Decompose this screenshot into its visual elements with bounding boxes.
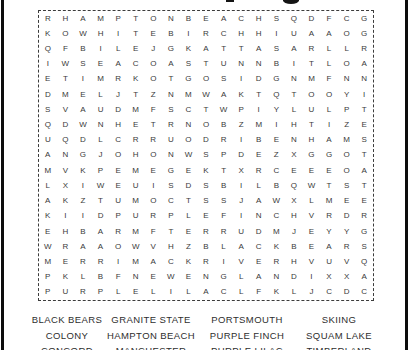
word-list-item: MANCHESTER: [105, 343, 197, 350]
word-list-item: SKIING: [293, 312, 385, 328]
word-list-item: PURPLE FINCH: [201, 328, 293, 344]
word-list-item: CONCORD: [21, 343, 113, 350]
word-list-item: COLONY: [21, 328, 113, 344]
word-list: BLACK BEARSCOLONYCONCORD GRANITE STATEHA…: [0, 0, 412, 350]
word-list-item: SQUAM LAKE: [293, 328, 385, 344]
word-list-col-4: SKIINGSQUAM LAKETIMBERLAND: [293, 312, 385, 350]
word-list-item: TIMBERLAND: [293, 343, 385, 350]
word-list-col-2: GRANITE STATEHAMPTON BEACHMANCHESTER: [105, 312, 197, 350]
word-list-col-3: PORTSMOUTHPURPLE FINCHPURPLE LILAC: [201, 312, 293, 350]
word-list-item: PURPLE LILAC: [201, 343, 293, 350]
word-list-item: GRANITE STATE: [105, 312, 197, 328]
word-list-item: HAMPTON BEACH: [105, 328, 197, 344]
word-list-item: PORTSMOUTH: [201, 312, 293, 328]
word-list-item: BLACK BEARS: [21, 312, 113, 328]
word-list-col-1: BLACK BEARSCOLONYCONCORD: [21, 312, 113, 350]
